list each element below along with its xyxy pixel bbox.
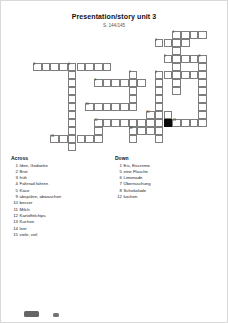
- crossword-cell[interactable]: [85, 135, 94, 143]
- across-clue-list: 1Idee, Gedanke2Brot3früh4Fahrrad fahren5…: [11, 163, 111, 239]
- worksheet-page: Presentation/story unit 3 S. 144/145 128…: [0, 0, 228, 323]
- crossword-cell[interactable]: [155, 111, 164, 119]
- crossword-cell[interactable]: [129, 79, 138, 87]
- crossword-cell[interactable]: [155, 79, 164, 87]
- across-clues: Across 1Idee, Gedanke2Brot3früh4Fahrrad …: [11, 155, 111, 238]
- crossword-cell[interactable]: [103, 119, 112, 127]
- crossword-cell[interactable]: [94, 103, 103, 111]
- crossword-cell[interactable]: [172, 47, 181, 55]
- crossword-cell[interactable]: [198, 31, 207, 39]
- crossword-cell[interactable]: [68, 87, 77, 95]
- down-clues: Down 1Eis, Eiscreme5eine Flasche6Limonad…: [115, 155, 220, 200]
- clue-number: 12: [115, 194, 122, 200]
- crossword-cell[interactable]: [68, 119, 77, 127]
- crossword-cell[interactable]: [146, 119, 155, 127]
- crossword-cell[interactable]: [129, 95, 138, 103]
- crossword-cell[interactable]: [111, 79, 120, 87]
- crossword-cell[interactable]: [129, 87, 138, 95]
- crossword-cell[interactable]: [120, 79, 129, 87]
- crossword-black-cell: [164, 119, 173, 127]
- crossword-cell[interactable]: [129, 103, 138, 111]
- crossword-cell[interactable]: [68, 111, 77, 119]
- cell-number: 2: [155, 39, 157, 42]
- crossword-cell[interactable]: [181, 71, 190, 79]
- crossword-cell[interactable]: [155, 135, 164, 143]
- crossword-cell[interactable]: [190, 55, 199, 63]
- crossword-cell[interactable]: [190, 71, 199, 79]
- cell-number: 14: [129, 127, 132, 130]
- clue-number: 15: [11, 232, 18, 238]
- crossword-cell[interactable]: [68, 79, 77, 87]
- cell-number: 15: [51, 135, 54, 138]
- crossword-cell[interactable]: [94, 127, 103, 135]
- crossword-cell[interactable]: [94, 63, 103, 71]
- clue-item: 12kochen: [115, 194, 220, 200]
- crossword-cell[interactable]: [181, 39, 190, 47]
- cell-number: 10: [86, 103, 89, 106]
- crossword-cell[interactable]: [198, 63, 207, 71]
- cell-number: 13: [173, 119, 176, 122]
- crossword-cell[interactable]: [164, 39, 173, 47]
- crossword-cell[interactable]: [120, 103, 129, 111]
- crossword-cell[interactable]: [181, 55, 190, 63]
- scan-artifact: [53, 313, 59, 317]
- crossword-cell[interactable]: [68, 103, 77, 111]
- page-subtitle: S. 144/145: [0, 23, 228, 28]
- crossword-cell[interactable]: [155, 103, 164, 111]
- crossword-cell[interactable]: [198, 79, 207, 87]
- crossword-grid[interactable]: 128346759101112131415: [33, 31, 207, 151]
- crossword-cell[interactable]: [94, 135, 103, 143]
- clue-item: 15viele, viel: [11, 232, 111, 238]
- cell-number: 11: [147, 111, 150, 114]
- crossword-cell[interactable]: [111, 119, 120, 127]
- crossword-cell[interactable]: [155, 87, 164, 95]
- crossword-cell[interactable]: [137, 119, 146, 127]
- crossword-cell[interactable]: [146, 127, 155, 135]
- down-clue-list: 1Eis, Eiscreme5eine Flasche6Limonade7Übe…: [115, 163, 220, 201]
- crossword-cell[interactable]: [59, 63, 68, 71]
- clue-text: viele, viel: [20, 232, 38, 238]
- cell-number: 5: [155, 71, 157, 74]
- crossword-cell[interactable]: [198, 103, 207, 111]
- crossword-cell[interactable]: [172, 63, 181, 71]
- crossword-cell[interactable]: [172, 55, 181, 63]
- crossword-cell[interactable]: [198, 95, 207, 103]
- crossword-cell[interactable]: [120, 119, 129, 127]
- down-heading: Down: [115, 155, 220, 161]
- crossword-cell[interactable]: [164, 111, 173, 119]
- crossword-cell[interactable]: [68, 127, 77, 135]
- crossword-cell[interactable]: [155, 127, 164, 135]
- crossword-cell[interactable]: [198, 87, 207, 95]
- crossword-cell[interactable]: [190, 119, 199, 127]
- scan-artifact: [24, 311, 39, 317]
- crossword-cell[interactable]: [181, 119, 190, 127]
- crossword-cell[interactable]: [103, 79, 112, 87]
- crossword-cell[interactable]: [42, 63, 51, 71]
- cell-number: 7: [129, 71, 131, 74]
- crossword-cell[interactable]: [172, 87, 181, 95]
- cell-number: 12: [94, 119, 97, 122]
- crossword-cell[interactable]: [77, 63, 86, 71]
- crossword-cell[interactable]: [68, 95, 77, 103]
- crossword-cell[interactable]: [181, 31, 190, 39]
- clue-text: kochen: [124, 194, 138, 200]
- crossword-cell[interactable]: [129, 135, 138, 143]
- crossword-cell[interactable]: [68, 135, 77, 143]
- cell-number: 6: [68, 63, 70, 66]
- crossword-cell[interactable]: [172, 39, 181, 47]
- crossword-cell[interactable]: [155, 95, 164, 103]
- crossword-cell[interactable]: [50, 63, 59, 71]
- crossword-cell[interactable]: [68, 143, 77, 151]
- crossword-cell[interactable]: [155, 119, 164, 127]
- crossword-cell[interactable]: [111, 103, 120, 111]
- crossword-cell[interactable]: [68, 71, 77, 79]
- crossword-cell[interactable]: [103, 103, 112, 111]
- crossword-cell[interactable]: [85, 63, 94, 71]
- crossword-cell[interactable]: [198, 71, 207, 79]
- crossword-cell[interactable]: [198, 119, 207, 127]
- cell-number: 8: [199, 55, 201, 58]
- cell-number: 1: [173, 31, 175, 34]
- cell-number: 4: [34, 63, 36, 66]
- cell-number: 3: [164, 55, 166, 58]
- crossword-cell[interactable]: [198, 111, 207, 119]
- crossword-cell[interactable]: [172, 79, 181, 87]
- crossword-cell[interactable]: [77, 135, 86, 143]
- page-title: Presentation/story unit 3: [0, 13, 228, 20]
- crossword-cell[interactable]: [103, 63, 112, 71]
- crossword-cell[interactable]: [190, 31, 199, 39]
- crossword-cell[interactable]: [172, 71, 181, 79]
- crossword-cell[interactable]: [164, 71, 173, 79]
- crossword-cell[interactable]: [137, 79, 146, 87]
- across-heading: Across: [11, 155, 111, 161]
- crossword-cell[interactable]: [137, 127, 146, 135]
- crossword-cell[interactable]: [59, 135, 68, 143]
- cell-number: 9: [94, 79, 96, 82]
